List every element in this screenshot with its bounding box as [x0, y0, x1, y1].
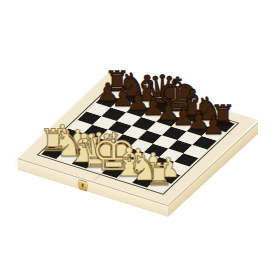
- white-rook-h1[interactable]: ♜: [145, 159, 173, 190]
- black-pawn-h7[interactable]: ♟: [202, 113, 224, 138]
- clasp-latch-icon: [79, 180, 87, 190]
- chess-set-photo: ♜♞♝♛♚♝♞♜♟♟♟♟♟♟♟♟♟♟♟♟♟♟♟♟♜♞♝♛♚♝♞♜: [0, 0, 275, 275]
